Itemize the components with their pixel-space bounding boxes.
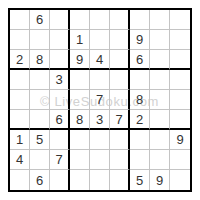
cell-r1c3[interactable]: [50, 10, 70, 30]
cell-r9c2[interactable]: 6: [30, 170, 50, 190]
cell-r8c8[interactable]: [150, 150, 170, 170]
cell-r5c5[interactable]: 7: [90, 90, 110, 110]
cell-r6c1[interactable]: [10, 110, 30, 130]
cell-r9c6[interactable]: [110, 170, 130, 190]
cell-r4c4[interactable]: [70, 70, 90, 90]
given-digit: 7: [115, 113, 122, 126]
cell-r3c6[interactable]: [110, 50, 130, 70]
cell-r5c3[interactable]: [50, 90, 70, 110]
given-digit: 2: [16, 53, 23, 66]
given-digit: 8: [136, 93, 143, 106]
cell-r2c3[interactable]: [50, 30, 70, 50]
cell-r5c8[interactable]: [150, 90, 170, 110]
cell-r8c9[interactable]: [170, 150, 190, 170]
given-digit: 9: [176, 133, 183, 146]
given-digit: 6: [136, 53, 143, 66]
cell-r9c3[interactable]: [50, 170, 70, 190]
cell-r7c6[interactable]: [110, 130, 130, 150]
cell-r5c2[interactable]: [30, 90, 50, 110]
given-digit: 9: [156, 174, 163, 187]
given-digit: 6: [55, 113, 62, 126]
cell-r2c9[interactable]: [170, 30, 190, 50]
given-digit: 9: [76, 53, 83, 66]
cell-r7c2[interactable]: 5: [30, 130, 50, 150]
cell-r4c8[interactable]: [150, 70, 170, 90]
sudoku-board: © LiveSudoku.com 61928946378683721594765…: [8, 8, 192, 192]
cell-r2c5[interactable]: [90, 30, 110, 50]
cell-r4c9[interactable]: [170, 70, 190, 90]
cell-r7c4[interactable]: [70, 130, 90, 150]
cell-r8c5[interactable]: [90, 150, 110, 170]
cell-r9c7[interactable]: 5: [130, 170, 150, 190]
cell-r6c3[interactable]: 6: [50, 110, 70, 130]
given-digit: 4: [16, 153, 23, 166]
cell-r2c8[interactable]: [150, 30, 170, 50]
cell-r3c1[interactable]: 2: [10, 50, 30, 70]
cell-r4c7[interactable]: [130, 70, 150, 90]
cell-r9c5[interactable]: [90, 170, 110, 190]
cell-r4c6[interactable]: [110, 70, 130, 90]
given-digit: 9: [136, 33, 143, 46]
given-digit: 6: [36, 174, 43, 187]
cell-r8c7[interactable]: [130, 150, 150, 170]
cell-r1c4[interactable]: [70, 10, 90, 30]
cell-r3c9[interactable]: [170, 50, 190, 70]
given-digit: 4: [96, 53, 103, 66]
given-digit: 8: [76, 113, 83, 126]
given-digit: 1: [76, 33, 83, 46]
cell-r5c1[interactable]: [10, 90, 30, 110]
given-digit: 7: [96, 93, 103, 106]
given-digit: 7: [55, 153, 62, 166]
cell-r1c5[interactable]: [90, 10, 110, 30]
cell-r7c8[interactable]: [150, 130, 170, 150]
cell-r6c2[interactable]: [30, 110, 50, 130]
cell-r6c4[interactable]: 8: [70, 110, 90, 130]
cell-r6c7[interactable]: 2: [130, 110, 150, 130]
cell-r1c7[interactable]: [130, 10, 150, 30]
cell-r3c8[interactable]: [150, 50, 170, 70]
cell-r1c8[interactable]: [150, 10, 170, 30]
cell-r7c7[interactable]: [130, 130, 150, 150]
given-digit: 3: [55, 73, 62, 86]
cell-r2c1[interactable]: [10, 30, 30, 50]
cell-r9c8[interactable]: 9: [150, 170, 170, 190]
cell-r3c3[interactable]: [50, 50, 70, 70]
cell-r8c3[interactable]: 7: [50, 150, 70, 170]
cell-r3c5[interactable]: 4: [90, 50, 110, 70]
cell-r5c6[interactable]: [110, 90, 130, 110]
cell-r7c9[interactable]: 9: [170, 130, 190, 150]
cell-r8c1[interactable]: 4: [10, 150, 30, 170]
cell-r9c1[interactable]: [10, 170, 30, 190]
cell-r1c2[interactable]: 6: [30, 10, 50, 30]
cell-r6c9[interactable]: [170, 110, 190, 130]
cell-r7c1[interactable]: 1: [10, 130, 30, 150]
cell-r7c5[interactable]: [90, 130, 110, 150]
given-digit: 3: [96, 113, 103, 126]
cell-r9c9[interactable]: [170, 170, 190, 190]
given-digit: 6: [36, 13, 43, 26]
cell-r9c4[interactable]: [70, 170, 90, 190]
cell-r4c3[interactable]: 3: [50, 70, 70, 90]
cell-r8c6[interactable]: [110, 150, 130, 170]
cell-r6c6[interactable]: 7: [110, 110, 130, 130]
cell-r5c9[interactable]: [170, 90, 190, 110]
given-digit: 2: [136, 113, 143, 126]
cell-r4c2[interactable]: [30, 70, 50, 90]
cell-r5c7[interactable]: 8: [130, 90, 150, 110]
cell-r3c2[interactable]: 8: [30, 50, 50, 70]
cell-r1c9[interactable]: [170, 10, 190, 30]
cell-r1c1[interactable]: [10, 10, 30, 30]
cell-r8c4[interactable]: [70, 150, 90, 170]
sudoku-page: © LiveSudoku.com 61928946378683721594765…: [0, 0, 200, 200]
cell-r1c6[interactable]: [110, 10, 130, 30]
cell-r2c2[interactable]: [30, 30, 50, 50]
given-digit: 1: [16, 133, 23, 146]
given-digit: 5: [36, 133, 43, 146]
given-digit: 8: [36, 53, 43, 66]
cell-r6c5[interactable]: 3: [90, 110, 110, 130]
cell-r4c5[interactable]: [90, 70, 110, 90]
cell-r2c7[interactable]: 9: [130, 30, 150, 50]
cell-r6c8[interactable]: [150, 110, 170, 130]
cell-r8c2[interactable]: [30, 150, 50, 170]
cell-r4c1[interactable]: [10, 70, 30, 90]
given-digit: 5: [136, 174, 143, 187]
cell-r3c7[interactable]: 6: [130, 50, 150, 70]
cell-r2c6[interactable]: [110, 30, 130, 50]
cell-r2c4[interactable]: 1: [70, 30, 90, 50]
cell-r3c4[interactable]: 9: [70, 50, 90, 70]
cell-r7c3[interactable]: [50, 130, 70, 150]
cell-r5c4[interactable]: [70, 90, 90, 110]
